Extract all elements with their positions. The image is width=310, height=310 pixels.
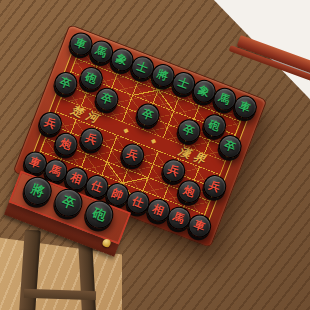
piece-character: 兵 <box>125 148 139 162</box>
xiangqi-piece-green[interactable]: 卒 <box>215 132 245 162</box>
piece-character: 兵 <box>84 132 98 146</box>
xiangqi-piece-red[interactable]: 兵 <box>76 124 106 154</box>
piece-character: 相 <box>151 203 165 217</box>
xiangqi-piece-red[interactable]: 炮 <box>51 130 81 160</box>
piece-character: 將 <box>28 180 47 201</box>
xiangqi-piece-green[interactable]: 卒 <box>133 100 163 130</box>
piece-character: 兵 <box>166 163 180 177</box>
piece-character: 砲 <box>84 71 98 85</box>
piece-character: 卒 <box>99 92 113 106</box>
piece-character: 車 <box>192 219 206 233</box>
piece-character: 士 <box>176 76 190 90</box>
piece-character: 砲 <box>90 204 109 225</box>
piece-character: 馬 <box>217 92 231 106</box>
piece-character: 卒 <box>182 124 196 138</box>
xiangqi-piece-green[interactable]: 卒 <box>174 116 204 146</box>
xiangqi-piece-red[interactable]: 兵 <box>117 140 147 170</box>
piece-character: 車 <box>74 36 88 50</box>
piece-character: 馬 <box>48 164 62 178</box>
piece-character: 馬 <box>172 211 186 225</box>
piece-character: 車 <box>238 100 252 114</box>
xiangqi-piece-red[interactable]: 炮 <box>174 177 204 207</box>
piece-character: 象 <box>197 84 211 98</box>
piece-character: 砲 <box>207 118 221 132</box>
piece-character: 將 <box>156 68 170 82</box>
piece-character: 象 <box>115 52 129 66</box>
piece-character: 仕 <box>130 195 144 209</box>
piece-character: 馬 <box>94 44 108 58</box>
xiangqi-piece-red[interactable]: 兵 <box>200 171 230 201</box>
piece-character: 卒 <box>223 139 237 153</box>
piece-character: 卒 <box>58 76 72 90</box>
piece-character: 士 <box>135 60 149 74</box>
xiangqi-piece-green[interactable]: 卒 <box>92 84 122 114</box>
piece-character: 兵 <box>207 179 221 193</box>
piece-character: 炮 <box>182 185 196 199</box>
piece-character: 炮 <box>58 137 72 151</box>
piece-character: 帥 <box>110 187 124 201</box>
xiangqi-piece-green[interactable]: 卒 <box>51 69 81 99</box>
piece-character: 卒 <box>59 192 78 213</box>
piece-character: 相 <box>69 172 83 186</box>
scene: 楚河 ◆ ◆ 漢界 車馬象士將士象馬車砲砲卒卒卒卒卒兵兵兵兵兵炮炮車馬相仕帥仕相… <box>0 0 310 310</box>
piece-character: 車 <box>28 156 42 170</box>
piece-character: 兵 <box>43 116 57 130</box>
piece-character: 仕 <box>89 180 103 194</box>
piece-character: 卒 <box>140 108 154 122</box>
